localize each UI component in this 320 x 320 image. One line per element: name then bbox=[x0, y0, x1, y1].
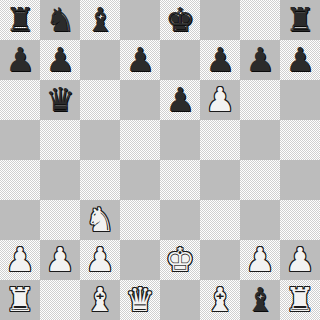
square-a1[interactable]: ♜ bbox=[0, 280, 40, 320]
square-c7[interactable] bbox=[80, 40, 120, 80]
black-queen[interactable]: ♛ bbox=[40, 80, 80, 120]
square-c6[interactable] bbox=[80, 80, 120, 120]
black-king[interactable]: ♚ bbox=[160, 0, 200, 40]
white-pawn[interactable]: ♟ bbox=[240, 240, 280, 280]
white-pawn[interactable]: ♟ bbox=[280, 240, 320, 280]
black-pawn[interactable]: ♟ bbox=[240, 40, 280, 80]
square-g2[interactable]: ♟ bbox=[240, 240, 280, 280]
square-b2[interactable]: ♟ bbox=[40, 240, 80, 280]
square-d6[interactable] bbox=[120, 80, 160, 120]
square-b8[interactable]: ♞ bbox=[40, 0, 80, 40]
square-h3[interactable] bbox=[280, 200, 320, 240]
black-pawn[interactable]: ♟ bbox=[280, 40, 320, 80]
white-bishop[interactable]: ♝ bbox=[80, 280, 120, 320]
square-h8[interactable]: ♜ bbox=[280, 0, 320, 40]
black-pawn[interactable]: ♟ bbox=[40, 40, 80, 80]
black-pawn[interactable]: ♟ bbox=[160, 80, 200, 120]
square-c5[interactable] bbox=[80, 120, 120, 160]
white-knight[interactable]: ♞ bbox=[80, 200, 120, 240]
square-h6[interactable] bbox=[280, 80, 320, 120]
square-f3[interactable] bbox=[200, 200, 240, 240]
square-f1[interactable]: ♝ bbox=[200, 280, 240, 320]
white-pawn[interactable]: ♟ bbox=[0, 240, 40, 280]
square-f8[interactable] bbox=[200, 0, 240, 40]
square-b1[interactable] bbox=[40, 280, 80, 320]
square-b4[interactable] bbox=[40, 160, 80, 200]
square-a8[interactable]: ♜ bbox=[0, 0, 40, 40]
square-c3[interactable]: ♞ bbox=[80, 200, 120, 240]
square-a5[interactable] bbox=[0, 120, 40, 160]
square-e1[interactable] bbox=[160, 280, 200, 320]
white-rook[interactable]: ♜ bbox=[0, 280, 40, 320]
square-b3[interactable] bbox=[40, 200, 80, 240]
square-d3[interactable] bbox=[120, 200, 160, 240]
black-pawn[interactable]: ♟ bbox=[0, 40, 40, 80]
square-c4[interactable] bbox=[80, 160, 120, 200]
square-g3[interactable] bbox=[240, 200, 280, 240]
square-e8[interactable]: ♚ bbox=[160, 0, 200, 40]
square-f2[interactable] bbox=[200, 240, 240, 280]
square-e5[interactable] bbox=[160, 120, 200, 160]
white-pawn[interactable]: ♟ bbox=[40, 240, 80, 280]
black-rook[interactable]: ♜ bbox=[280, 0, 320, 40]
square-c2[interactable]: ♟ bbox=[80, 240, 120, 280]
square-a7[interactable]: ♟ bbox=[0, 40, 40, 80]
black-bishop[interactable]: ♝ bbox=[80, 0, 120, 40]
square-a6[interactable] bbox=[0, 80, 40, 120]
square-e2[interactable]: ♚ bbox=[160, 240, 200, 280]
black-rook[interactable]: ♜ bbox=[0, 0, 40, 40]
square-h4[interactable] bbox=[280, 160, 320, 200]
square-h2[interactable]: ♟ bbox=[280, 240, 320, 280]
square-h1[interactable]: ♜ bbox=[280, 280, 320, 320]
black-bishop[interactable]: ♝ bbox=[240, 280, 280, 320]
square-e3[interactable] bbox=[160, 200, 200, 240]
black-pawn[interactable]: ♟ bbox=[200, 40, 240, 80]
square-d2[interactable] bbox=[120, 240, 160, 280]
square-d1[interactable]: ♛ bbox=[120, 280, 160, 320]
white-bishop[interactable]: ♝ bbox=[200, 280, 240, 320]
square-b5[interactable] bbox=[40, 120, 80, 160]
square-g5[interactable] bbox=[240, 120, 280, 160]
square-f4[interactable] bbox=[200, 160, 240, 200]
square-h5[interactable] bbox=[280, 120, 320, 160]
square-a4[interactable] bbox=[0, 160, 40, 200]
white-pawn[interactable]: ♟ bbox=[200, 80, 240, 120]
square-a2[interactable]: ♟ bbox=[0, 240, 40, 280]
white-queen[interactable]: ♛ bbox=[120, 280, 160, 320]
square-a3[interactable] bbox=[0, 200, 40, 240]
square-b7[interactable]: ♟ bbox=[40, 40, 80, 80]
black-knight[interactable]: ♞ bbox=[40, 0, 80, 40]
square-e6[interactable]: ♟ bbox=[160, 80, 200, 120]
square-b6[interactable]: ♛ bbox=[40, 80, 80, 120]
square-f7[interactable]: ♟ bbox=[200, 40, 240, 80]
white-king[interactable]: ♚ bbox=[160, 240, 200, 280]
square-d5[interactable] bbox=[120, 120, 160, 160]
square-g4[interactable] bbox=[240, 160, 280, 200]
square-c8[interactable]: ♝ bbox=[80, 0, 120, 40]
square-e4[interactable] bbox=[160, 160, 200, 200]
square-f6[interactable]: ♟ bbox=[200, 80, 240, 120]
black-pawn[interactable]: ♟ bbox=[120, 40, 160, 80]
square-g8[interactable] bbox=[240, 0, 280, 40]
square-d7[interactable]: ♟ bbox=[120, 40, 160, 80]
square-g7[interactable]: ♟ bbox=[240, 40, 280, 80]
white-pawn[interactable]: ♟ bbox=[80, 240, 120, 280]
white-rook[interactable]: ♜ bbox=[280, 280, 320, 320]
square-g1[interactable]: ♝ bbox=[240, 280, 280, 320]
square-e7[interactable] bbox=[160, 40, 200, 80]
square-d4[interactable] bbox=[120, 160, 160, 200]
square-h7[interactable]: ♟ bbox=[280, 40, 320, 80]
chess-board: ♜♞♝♚♜♟♟♟♟♟♟♛♟♟♞♟♟♟♚♟♟♜♝♛♝♝♜ bbox=[0, 0, 320, 320]
square-f5[interactable] bbox=[200, 120, 240, 160]
square-c1[interactable]: ♝ bbox=[80, 280, 120, 320]
square-g6[interactable] bbox=[240, 80, 280, 120]
square-d8[interactable] bbox=[120, 0, 160, 40]
